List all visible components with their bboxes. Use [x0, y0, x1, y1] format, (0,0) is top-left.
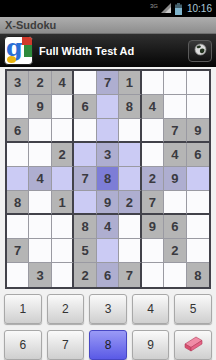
- key-8[interactable]: 8: [89, 330, 127, 360]
- key-7[interactable]: 7: [47, 330, 85, 360]
- cell-r3c2[interactable]: 2: [52, 143, 74, 167]
- cell-r8c5[interactable]: 7: [119, 263, 141, 287]
- cell-r4c0[interactable]: [7, 167, 29, 191]
- cell-r4c1[interactable]: 4: [29, 167, 51, 191]
- cell-r5c8[interactable]: [187, 191, 209, 215]
- key-2[interactable]: 2: [47, 294, 85, 324]
- cell-r4c4[interactable]: 8: [97, 167, 119, 191]
- cell-r0c7[interactable]: [164, 71, 186, 95]
- cell-r0c8[interactable]: [187, 71, 209, 95]
- sudoku-board: 32471968467923464782981927849675232678: [5, 69, 211, 289]
- cell-r5c7[interactable]: [164, 191, 186, 215]
- cell-r5c0[interactable]: 8: [7, 191, 29, 215]
- key-1[interactable]: 1: [4, 294, 42, 324]
- cell-r3c6[interactable]: [142, 143, 164, 167]
- cell-r7c7[interactable]: 2: [164, 239, 186, 263]
- google-logo-icon: g: [4, 36, 33, 65]
- cell-r3c3[interactable]: [74, 143, 96, 167]
- cell-r7c3[interactable]: 5: [74, 239, 96, 263]
- board-area: 32471968467923464782981927849675232678: [0, 67, 216, 289]
- cell-r7c6[interactable]: [142, 239, 164, 263]
- cell-r4c3[interactable]: 7: [74, 167, 96, 191]
- cell-r7c4[interactable]: [97, 239, 119, 263]
- cell-r7c1[interactable]: [29, 239, 51, 263]
- cell-r3c5[interactable]: [119, 143, 141, 167]
- cell-r2c1[interactable]: [29, 119, 51, 143]
- cell-r0c0[interactable]: 3: [7, 71, 29, 95]
- cell-r7c2[interactable]: [52, 239, 74, 263]
- cell-r1c6[interactable]: 4: [142, 95, 164, 119]
- cell-r4c8[interactable]: [187, 167, 209, 191]
- ad-text: Full Width Test Ad: [39, 45, 182, 57]
- cell-r2c0[interactable]: 6: [7, 119, 29, 143]
- cell-r8c3[interactable]: 2: [74, 263, 96, 287]
- status-bar: 3G 10:16: [0, 0, 216, 17]
- cell-r3c1[interactable]: [29, 143, 51, 167]
- cell-r8c6[interactable]: [142, 263, 164, 287]
- key-4[interactable]: 4: [132, 294, 170, 324]
- cell-r1c5[interactable]: 8: [119, 95, 141, 119]
- cell-r1c8[interactable]: [187, 95, 209, 119]
- cell-r0c1[interactable]: 2: [29, 71, 51, 95]
- cell-r8c0[interactable]: [7, 263, 29, 287]
- key-3[interactable]: 3: [89, 294, 127, 324]
- cell-r3c7[interactable]: 4: [164, 143, 186, 167]
- cell-r6c8[interactable]: [187, 215, 209, 239]
- cell-r0c3[interactable]: [74, 71, 96, 95]
- title-bar: X-Sudoku: [0, 17, 216, 34]
- app-screen: 3G 10:16 X-Sudoku g Full Width Test Ad: [0, 0, 216, 360]
- cell-r5c3[interactable]: [74, 191, 96, 215]
- eraser-icon: [181, 336, 205, 355]
- clock: 10:16: [187, 3, 212, 14]
- cell-r1c7[interactable]: [164, 95, 186, 119]
- battery-icon: [175, 3, 182, 15]
- cell-r6c1[interactable]: [29, 215, 51, 239]
- cell-r1c3[interactable]: 6: [74, 95, 96, 119]
- globe-icon: [194, 42, 207, 60]
- cell-r2c6[interactable]: [142, 119, 164, 143]
- cell-r1c4[interactable]: [97, 95, 119, 119]
- cell-r6c2[interactable]: [52, 215, 74, 239]
- cell-r8c7[interactable]: [164, 263, 186, 287]
- key-eraser[interactable]: [174, 330, 212, 360]
- cell-r1c2[interactable]: [52, 95, 74, 119]
- cell-r4c7[interactable]: 9: [164, 167, 186, 191]
- cell-r2c7[interactable]: 7: [164, 119, 186, 143]
- cell-r7c8[interactable]: [187, 239, 209, 263]
- network-type-label: 3G: [150, 3, 158, 9]
- cell-r6c6[interactable]: 9: [142, 215, 164, 239]
- cell-r5c6[interactable]: 7: [142, 191, 164, 215]
- cell-r5c4[interactable]: 9: [97, 191, 119, 215]
- signal-strength-icon: [161, 3, 172, 14]
- ad-action-button[interactable]: [188, 40, 212, 62]
- ad-banner[interactable]: g Full Width Test Ad: [0, 34, 216, 67]
- cell-r1c0[interactable]: [7, 95, 29, 119]
- cell-r7c0[interactable]: 7: [7, 239, 29, 263]
- cell-r6c7[interactable]: 6: [164, 215, 186, 239]
- cell-r0c2[interactable]: 4: [52, 71, 74, 95]
- app-title: X-Sudoku: [5, 19, 56, 31]
- key-6[interactable]: 6: [4, 330, 42, 360]
- cell-r2c8[interactable]: 9: [187, 119, 209, 143]
- cell-r2c5[interactable]: [119, 119, 141, 143]
- cell-r1c1[interactable]: 9: [29, 95, 51, 119]
- cell-r8c2[interactable]: [52, 263, 74, 287]
- cell-r6c4[interactable]: 4: [97, 215, 119, 239]
- cell-r5c1[interactable]: [29, 191, 51, 215]
- cell-r6c5[interactable]: [119, 215, 141, 239]
- cell-r8c8[interactable]: 8: [187, 263, 209, 287]
- cell-r4c6[interactable]: 2: [142, 167, 164, 191]
- cell-r2c3[interactable]: [74, 119, 96, 143]
- cell-r5c5[interactable]: 2: [119, 191, 141, 215]
- number-keypad: 123456789: [0, 294, 216, 360]
- cell-r0c4[interactable]: 7: [97, 71, 119, 95]
- cell-r2c2[interactable]: [52, 119, 74, 143]
- cell-r4c5[interactable]: [119, 167, 141, 191]
- cell-r3c0[interactable]: [7, 143, 29, 167]
- key-5[interactable]: 5: [174, 294, 212, 324]
- cell-r3c8[interactable]: 6: [187, 143, 209, 167]
- key-9[interactable]: 9: [132, 330, 170, 360]
- cell-r7c5[interactable]: [119, 239, 141, 263]
- cell-r6c3[interactable]: 8: [74, 215, 96, 239]
- cell-r0c6[interactable]: [142, 71, 164, 95]
- cell-r2c4[interactable]: [97, 119, 119, 143]
- cell-r3c4[interactable]: 3: [97, 143, 119, 167]
- cell-r8c4[interactable]: 6: [97, 263, 119, 287]
- cell-r0c5[interactable]: 1: [119, 71, 141, 95]
- cell-r4c2[interactable]: [52, 167, 74, 191]
- cell-r6c0[interactable]: [7, 215, 29, 239]
- cell-r5c2[interactable]: 1: [52, 191, 74, 215]
- cell-r8c1[interactable]: 3: [29, 263, 51, 287]
